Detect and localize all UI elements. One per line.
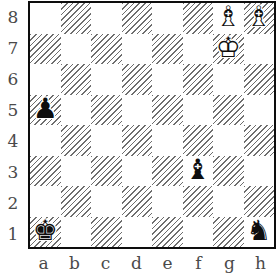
square-h7[interactable] xyxy=(244,34,275,65)
square-a7[interactable] xyxy=(30,34,61,65)
square-d4[interactable] xyxy=(122,125,153,156)
square-d6[interactable] xyxy=(122,64,153,95)
white-bishop-icon: ♗ xyxy=(216,3,241,31)
square-b2[interactable] xyxy=(61,186,92,217)
square-g3[interactable] xyxy=(213,156,244,187)
piece-white-bishop[interactable]: ♝♗ xyxy=(244,3,275,34)
square-h5[interactable] xyxy=(244,95,275,126)
square-c2[interactable] xyxy=(91,186,122,217)
square-f1[interactable] xyxy=(183,217,214,248)
square-f6[interactable] xyxy=(183,64,214,95)
square-a5[interactable]: ♟ xyxy=(30,95,61,126)
piece-white-bishop[interactable]: ♝♗ xyxy=(213,3,244,34)
square-b5[interactable] xyxy=(61,95,92,126)
square-h1[interactable]: ♞ xyxy=(244,217,275,248)
square-d5[interactable] xyxy=(122,95,153,126)
square-e2[interactable] xyxy=(152,186,183,217)
piece-white-king[interactable]: ♚♔ xyxy=(213,34,244,65)
piece-black-bishop[interactable]: ♝ xyxy=(183,156,214,187)
square-f8[interactable] xyxy=(183,3,214,34)
square-d2[interactable] xyxy=(122,186,153,217)
square-a6[interactable] xyxy=(30,64,61,95)
square-c8[interactable] xyxy=(91,3,122,34)
rank-label-2: 2 xyxy=(0,187,26,218)
rank-label-8: 8 xyxy=(0,1,26,32)
square-h2[interactable] xyxy=(244,186,275,217)
square-b3[interactable] xyxy=(61,156,92,187)
file-label-g: g xyxy=(214,249,245,277)
rank-label-5: 5 xyxy=(0,94,26,125)
white-king-icon: ♔ xyxy=(216,34,241,62)
rank-label-3: 3 xyxy=(0,156,26,187)
square-g1[interactable] xyxy=(213,217,244,248)
square-f4[interactable] xyxy=(183,125,214,156)
black-bishop-icon: ♝ xyxy=(185,156,210,184)
piece-black-knight[interactable]: ♞ xyxy=(244,217,275,248)
black-knight-icon: ♞ xyxy=(246,217,271,245)
rank-label-7: 7 xyxy=(0,32,26,63)
square-b4[interactable] xyxy=(61,125,92,156)
file-label-c: c xyxy=(90,249,121,277)
square-c7[interactable] xyxy=(91,34,122,65)
square-a1[interactable]: ♚ xyxy=(30,217,61,248)
black-king-icon: ♚ xyxy=(33,217,58,245)
black-pawn-icon: ♟ xyxy=(33,95,58,123)
white-bishop-icon: ♗ xyxy=(246,3,271,31)
square-a8[interactable] xyxy=(30,3,61,34)
square-b7[interactable] xyxy=(61,34,92,65)
square-h3[interactable] xyxy=(244,156,275,187)
rank-labels: 87654321 xyxy=(0,1,26,249)
rank-label-6: 6 xyxy=(0,63,26,94)
square-e8[interactable] xyxy=(152,3,183,34)
square-g7[interactable]: ♚♔ xyxy=(213,34,244,65)
square-c1[interactable] xyxy=(91,217,122,248)
board: ♝♗♝♗♚♔♟♝♚♞ xyxy=(28,1,276,249)
piece-black-king[interactable]: ♚ xyxy=(30,217,61,248)
square-f2[interactable] xyxy=(183,186,214,217)
square-d8[interactable] xyxy=(122,3,153,34)
square-b6[interactable] xyxy=(61,64,92,95)
square-c4[interactable] xyxy=(91,125,122,156)
square-f3[interactable]: ♝ xyxy=(183,156,214,187)
square-f5[interactable] xyxy=(183,95,214,126)
square-h8[interactable]: ♝♗ xyxy=(244,3,275,34)
square-d1[interactable] xyxy=(122,217,153,248)
square-e7[interactable] xyxy=(152,34,183,65)
file-label-f: f xyxy=(183,249,214,277)
file-label-h: h xyxy=(245,249,276,277)
square-h4[interactable] xyxy=(244,125,275,156)
rank-label-4: 4 xyxy=(0,125,26,156)
file-label-a: a xyxy=(28,249,59,277)
square-f7[interactable] xyxy=(183,34,214,65)
square-b8[interactable] xyxy=(61,3,92,34)
square-e3[interactable] xyxy=(152,156,183,187)
piece-black-pawn[interactable]: ♟ xyxy=(30,95,61,126)
square-e1[interactable] xyxy=(152,217,183,248)
file-label-b: b xyxy=(59,249,90,277)
file-labels: abcdefgh xyxy=(28,249,276,277)
square-a2[interactable] xyxy=(30,186,61,217)
square-g5[interactable] xyxy=(213,95,244,126)
square-d3[interactable] xyxy=(122,156,153,187)
square-e5[interactable] xyxy=(152,95,183,126)
square-g2[interactable] xyxy=(213,186,244,217)
rank-label-1: 1 xyxy=(0,218,26,249)
square-c6[interactable] xyxy=(91,64,122,95)
file-label-e: e xyxy=(152,249,183,277)
file-label-d: d xyxy=(121,249,152,277)
square-g8[interactable]: ♝♗ xyxy=(213,3,244,34)
square-g6[interactable] xyxy=(213,64,244,95)
square-d7[interactable] xyxy=(122,34,153,65)
square-c3[interactable] xyxy=(91,156,122,187)
square-a3[interactable] xyxy=(30,156,61,187)
square-g4[interactable] xyxy=(213,125,244,156)
square-e4[interactable] xyxy=(152,125,183,156)
square-h6[interactable] xyxy=(244,64,275,95)
chess-diagram-page: 87654321 ♝♗♝♗♚♔♟♝♚♞ abcdefgh xyxy=(0,0,279,279)
square-b1[interactable] xyxy=(61,217,92,248)
square-c5[interactable] xyxy=(91,95,122,126)
square-e6[interactable] xyxy=(152,64,183,95)
square-a4[interactable] xyxy=(30,125,61,156)
